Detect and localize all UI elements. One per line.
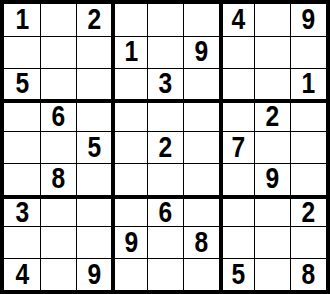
cell-r3c2[interactable] bbox=[40, 68, 76, 100]
cell-r5c1[interactable] bbox=[4, 131, 40, 163]
cell-r5c2[interactable] bbox=[40, 131, 76, 163]
cell-r2c7[interactable] bbox=[219, 36, 255, 68]
cell-r5c6[interactable] bbox=[183, 131, 219, 163]
cell-r6c3[interactable] bbox=[76, 163, 112, 195]
cell-r8c8[interactable] bbox=[254, 226, 290, 258]
cell-r4c2: 6 bbox=[40, 99, 76, 131]
given-digit: 9 bbox=[87, 259, 101, 290]
cell-r8c7[interactable] bbox=[219, 226, 255, 258]
cell-r5c3: 5 bbox=[76, 131, 112, 163]
cell-r4c1[interactable] bbox=[4, 99, 40, 131]
cell-r7c1: 3 bbox=[4, 195, 40, 227]
cell-r9c2[interactable] bbox=[40, 258, 76, 290]
cell-r9c9: 8 bbox=[290, 258, 326, 290]
cell-r6c8: 9 bbox=[254, 163, 290, 195]
cell-r6c4[interactable] bbox=[111, 163, 147, 195]
given-digit: 3 bbox=[15, 197, 29, 227]
cell-r6c9[interactable] bbox=[290, 163, 326, 195]
given-digit: 9 bbox=[124, 227, 138, 258]
given-digit: 6 bbox=[159, 197, 173, 227]
given-digit: 8 bbox=[194, 227, 208, 258]
cell-r1c5[interactable] bbox=[147, 4, 183, 36]
cell-r8c3[interactable] bbox=[76, 226, 112, 258]
cell-r1c1: 1 bbox=[4, 4, 40, 36]
given-digit: 7 bbox=[232, 132, 246, 163]
cell-r9c4[interactable] bbox=[111, 258, 147, 290]
cell-r6c7[interactable] bbox=[219, 163, 255, 195]
cell-r7c8[interactable] bbox=[254, 195, 290, 227]
cell-r2c5[interactable] bbox=[147, 36, 183, 68]
cell-r8c6: 8 bbox=[183, 226, 219, 258]
cell-r7c9: 2 bbox=[290, 195, 326, 227]
given-digit: 1 bbox=[15, 4, 29, 36]
cell-r4c4[interactable] bbox=[111, 99, 147, 131]
cell-r7c7[interactable] bbox=[219, 195, 255, 227]
cell-r4c5[interactable] bbox=[147, 99, 183, 131]
cell-r2c8[interactable] bbox=[254, 36, 290, 68]
cell-r3c9: 1 bbox=[290, 68, 326, 100]
cell-r6c1[interactable] bbox=[4, 163, 40, 195]
cell-r6c5[interactable] bbox=[147, 163, 183, 195]
cell-r5c8[interactable] bbox=[254, 131, 290, 163]
cell-r7c3[interactable] bbox=[76, 195, 112, 227]
given-digit: 2 bbox=[87, 4, 101, 36]
cell-r5c9[interactable] bbox=[290, 131, 326, 163]
cell-r9c5[interactable] bbox=[147, 258, 183, 290]
cell-r2c2[interactable] bbox=[40, 36, 76, 68]
cell-r3c4[interactable] bbox=[111, 68, 147, 100]
cell-r4c3[interactable] bbox=[76, 99, 112, 131]
cell-r7c6[interactable] bbox=[183, 195, 219, 227]
given-digit: 4 bbox=[15, 259, 29, 290]
cell-r4c8: 2 bbox=[254, 99, 290, 131]
cell-r1c8[interactable] bbox=[254, 4, 290, 36]
given-digit: 6 bbox=[51, 101, 65, 131]
given-digit: 5 bbox=[232, 259, 246, 290]
cell-r2c6: 9 bbox=[183, 36, 219, 68]
cell-r1c4[interactable] bbox=[111, 4, 147, 36]
cell-r8c4: 9 bbox=[111, 226, 147, 258]
cell-r9c7: 5 bbox=[219, 258, 255, 290]
given-digit: 1 bbox=[124, 36, 138, 67]
given-digit: 1 bbox=[302, 68, 316, 99]
cell-r2c4: 1 bbox=[111, 36, 147, 68]
given-digit: 2 bbox=[159, 132, 173, 163]
cell-r7c2[interactable] bbox=[40, 195, 76, 227]
given-digit: 9 bbox=[194, 36, 208, 67]
cell-r1c9: 9 bbox=[290, 4, 326, 36]
cell-r3c5: 3 bbox=[147, 68, 183, 100]
cell-r5c5: 2 bbox=[147, 131, 183, 163]
cell-r1c7: 4 bbox=[219, 4, 255, 36]
cell-r1c3: 2 bbox=[76, 4, 112, 36]
cell-r9c3: 9 bbox=[76, 258, 112, 290]
cell-r3c6[interactable] bbox=[183, 68, 219, 100]
cell-r2c1[interactable] bbox=[4, 36, 40, 68]
cell-r9c1: 4 bbox=[4, 258, 40, 290]
cell-r7c4[interactable] bbox=[111, 195, 147, 227]
cell-r8c9[interactable] bbox=[290, 226, 326, 258]
sudoku-board: 1249195316252789362984958 bbox=[0, 0, 330, 294]
cell-r2c3[interactable] bbox=[76, 36, 112, 68]
given-digit: 2 bbox=[266, 101, 280, 131]
given-digit: 5 bbox=[15, 68, 29, 99]
cell-r5c7: 7 bbox=[219, 131, 255, 163]
cell-r4c9[interactable] bbox=[290, 99, 326, 131]
cell-r8c1[interactable] bbox=[4, 226, 40, 258]
given-digit: 5 bbox=[87, 132, 101, 163]
cell-r8c5[interactable] bbox=[147, 226, 183, 258]
cell-r3c7[interactable] bbox=[219, 68, 255, 100]
cell-r4c7[interactable] bbox=[219, 99, 255, 131]
cell-r3c1: 5 bbox=[4, 68, 40, 100]
given-digit: 9 bbox=[302, 4, 316, 36]
cell-r6c2: 8 bbox=[40, 163, 76, 195]
cell-r9c6[interactable] bbox=[183, 258, 219, 290]
cell-r3c3[interactable] bbox=[76, 68, 112, 100]
cell-r1c2[interactable] bbox=[40, 4, 76, 36]
cell-r4c6[interactable] bbox=[183, 99, 219, 131]
given-digit: 8 bbox=[302, 259, 316, 290]
cell-r8c2[interactable] bbox=[40, 226, 76, 258]
cell-r5c4[interactable] bbox=[111, 131, 147, 163]
given-digit: 4 bbox=[232, 4, 246, 36]
given-digit: 8 bbox=[51, 163, 65, 194]
cell-r7c5: 6 bbox=[147, 195, 183, 227]
given-digit: 2 bbox=[302, 197, 316, 227]
cell-r6c6[interactable] bbox=[183, 163, 219, 195]
cell-r2c9[interactable] bbox=[290, 36, 326, 68]
cell-r9c8[interactable] bbox=[254, 258, 290, 290]
given-digit: 9 bbox=[266, 163, 280, 194]
cell-r3c8[interactable] bbox=[254, 68, 290, 100]
given-digit: 3 bbox=[159, 68, 173, 99]
cell-r1c6[interactable] bbox=[183, 4, 219, 36]
